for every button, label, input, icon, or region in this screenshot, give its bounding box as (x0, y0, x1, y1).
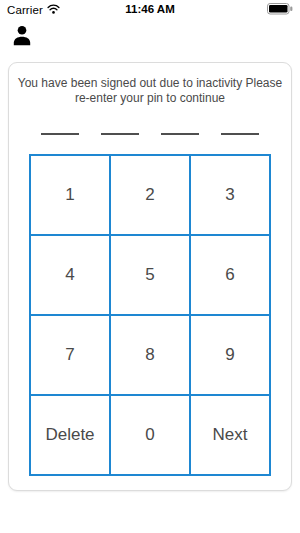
pin-slot-4 (221, 132, 259, 135)
pin-slot-1 (41, 132, 79, 135)
key-6[interactable]: 6 (190, 235, 270, 315)
key-delete[interactable]: Delete (30, 395, 110, 475)
key-9[interactable]: 9 (190, 315, 270, 395)
key-8[interactable]: 8 (110, 315, 190, 395)
pin-slot-3 (161, 132, 199, 135)
pin-entry-screen: Carrier 11:46 AM (0, 0, 300, 533)
pin-slots (9, 132, 291, 135)
key-5[interactable]: 5 (110, 235, 190, 315)
wifi-icon (47, 4, 60, 16)
signed-out-message: You have been signed out due to inactivi… (9, 76, 291, 106)
key-next[interactable]: Next (190, 395, 270, 475)
pin-keypad: 1 2 3 4 5 6 7 8 9 Delete 0 Next (29, 154, 271, 476)
pin-card: You have been signed out due to inactivi… (8, 62, 292, 491)
key-2[interactable]: 2 (110, 155, 190, 235)
status-bar: Carrier 11:46 AM (0, 0, 300, 18)
key-3[interactable]: 3 (190, 155, 270, 235)
battery-icon (267, 3, 293, 17)
pin-slot-2 (101, 132, 139, 135)
key-7[interactable]: 7 (30, 315, 110, 395)
carrier-label: Carrier (7, 4, 43, 16)
signed-out-message-line1: You have been signed out due to inactivi… (15, 76, 285, 91)
signed-out-message-line2: re-enter your pin to continue (15, 91, 285, 106)
key-1[interactable]: 1 (30, 155, 110, 235)
key-4[interactable]: 4 (30, 235, 110, 315)
account-person-icon[interactable] (13, 26, 300, 46)
key-0[interactable]: 0 (110, 395, 190, 475)
